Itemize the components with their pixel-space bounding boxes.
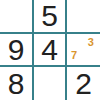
note-candidate-7: 7: [71, 50, 77, 61]
sudoku-cell-r1c0[interactable]: 9: [0, 34, 34, 67]
sudoku-cell-r0c0[interactable]: [0, 0, 34, 34]
sudoku-board: 5943782: [0, 0, 100, 100]
sudoku-cell-r1c1[interactable]: 4: [34, 34, 67, 67]
pencil-marks: 37: [67, 34, 100, 65]
sudoku-cell-r2c1[interactable]: [34, 67, 67, 100]
cell-value: 2: [75, 69, 92, 99]
sudoku-cell-r2c0[interactable]: 8: [0, 67, 34, 100]
note-candidate-3: 3: [88, 37, 94, 48]
cell-value: 9: [8, 35, 25, 65]
cell-value: 4: [41, 35, 58, 65]
cell-value: 8: [8, 69, 25, 99]
sudoku-cell-r0c1[interactable]: 5: [34, 0, 67, 34]
note-slot-9: [87, 50, 95, 61]
note-slot-2: [78, 37, 86, 48]
sudoku-cell-r0c2[interactable]: [67, 0, 100, 34]
sudoku-cell-r2c2[interactable]: 2: [67, 67, 100, 100]
sudoku-cell-r1c2[interactable]: 37: [67, 34, 100, 67]
note-slot-3: 3: [87, 37, 95, 48]
cell-value: 5: [41, 1, 58, 31]
note-slot-1: [70, 37, 78, 48]
note-slot-8: [78, 50, 86, 61]
note-slot-7: 7: [70, 50, 78, 61]
